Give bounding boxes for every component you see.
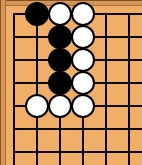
white-stone[interactable] bbox=[71, 94, 95, 118]
black-stone[interactable] bbox=[48, 25, 72, 49]
black-stone[interactable] bbox=[48, 71, 72, 95]
white-stone[interactable] bbox=[71, 25, 95, 49]
black-stone[interactable] bbox=[48, 48, 72, 72]
white-stone[interactable] bbox=[25, 94, 49, 118]
white-stone[interactable] bbox=[71, 2, 95, 26]
go-board bbox=[0, 0, 142, 165]
white-stone[interactable] bbox=[71, 48, 95, 72]
white-stone[interactable] bbox=[48, 2, 72, 26]
white-stone[interactable] bbox=[71, 71, 95, 95]
black-stone[interactable] bbox=[25, 2, 49, 26]
stones-layer bbox=[3, 3, 141, 164]
white-stone[interactable] bbox=[48, 94, 72, 118]
